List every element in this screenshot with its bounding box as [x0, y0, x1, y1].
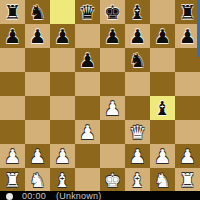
piece-white-pawn[interactable]: ♟	[104, 96, 121, 120]
square-g7[interactable]: ♟	[150, 24, 175, 48]
square-d4[interactable]	[75, 96, 100, 120]
piece-white-pawn[interactable]: ♟	[79, 120, 96, 144]
square-b6[interactable]	[25, 48, 50, 72]
square-g1[interactable]: ♞	[150, 168, 175, 192]
piece-white-pawn[interactable]: ♟	[29, 144, 46, 168]
piece-black-pawn[interactable]: ♟	[154, 24, 171, 48]
square-a2[interactable]: ♟	[0, 144, 25, 168]
square-c3[interactable]	[50, 120, 75, 144]
square-c4[interactable]	[50, 96, 75, 120]
square-f6[interactable]: ♞	[125, 48, 150, 72]
square-c5[interactable]	[50, 72, 75, 96]
square-e8[interactable]: ♚	[100, 0, 125, 24]
square-f5[interactable]	[125, 72, 150, 96]
piece-black-rook[interactable]: ♜	[4, 0, 21, 24]
square-g4[interactable]: ♝	[150, 96, 175, 120]
square-e3[interactable]	[100, 120, 125, 144]
square-f8[interactable]: ♝	[125, 0, 150, 24]
piece-white-pawn[interactable]: ♟	[129, 144, 146, 168]
square-h5[interactable]	[175, 72, 200, 96]
square-a7[interactable]: ♟	[0, 24, 25, 48]
square-f4[interactable]	[125, 96, 150, 120]
square-b2[interactable]: ♟	[25, 144, 50, 168]
square-d3[interactable]: ♟	[75, 120, 100, 144]
square-b1[interactable]: ♞	[25, 168, 50, 192]
piece-black-bishop[interactable]: ♝	[129, 0, 146, 24]
piece-white-king[interactable]: ♚	[104, 168, 121, 192]
square-f1[interactable]: ♝	[125, 168, 150, 192]
square-c7[interactable]: ♟	[50, 24, 75, 48]
piece-black-knight[interactable]: ♞	[129, 48, 146, 72]
piece-white-pawn[interactable]: ♟	[4, 144, 21, 168]
piece-black-knight[interactable]: ♞	[29, 0, 46, 24]
square-c6[interactable]	[50, 48, 75, 72]
piece-white-bishop[interactable]: ♝	[129, 168, 146, 192]
square-a6[interactable]	[0, 48, 25, 72]
piece-white-rook[interactable]: ♜	[179, 168, 196, 192]
square-e2[interactable]	[100, 144, 125, 168]
square-d8[interactable]: ♛	[75, 0, 100, 24]
square-b5[interactable]	[25, 72, 50, 96]
square-h4[interactable]	[175, 96, 200, 120]
piece-black-rook[interactable]: ♜	[179, 0, 196, 24]
chess-app: ♜♞♛♚♝♜♟♟♟♟♟♟♟♟♞♟♝♟♛♟♟♟♟♟♟♜♞♝♚♝♞♜ 00:00 (…	[0, 0, 200, 200]
player-name: (Unknown)	[56, 191, 101, 200]
chess-board: ♜♞♛♚♝♜♟♟♟♟♟♟♟♟♞♟♝♟♛♟♟♟♟♟♟♜♞♝♚♝♞♜	[0, 0, 200, 192]
piece-black-pawn[interactable]: ♟	[129, 24, 146, 48]
square-c1[interactable]: ♝	[50, 168, 75, 192]
scrollbar-thumb[interactable]	[197, 0, 200, 57]
square-e6[interactable]	[100, 48, 125, 72]
square-a5[interactable]	[0, 72, 25, 96]
piece-black-pawn[interactable]: ♟	[79, 48, 96, 72]
square-b7[interactable]: ♟	[25, 24, 50, 48]
square-c8[interactable]	[50, 0, 75, 24]
square-e4[interactable]: ♟	[100, 96, 125, 120]
piece-white-pawn[interactable]: ♟	[154, 144, 171, 168]
piece-white-pawn[interactable]: ♟	[179, 144, 196, 168]
square-h2[interactable]: ♟	[175, 144, 200, 168]
square-b8[interactable]: ♞	[25, 0, 50, 24]
piece-black-pawn[interactable]: ♟	[54, 24, 71, 48]
piece-black-queen[interactable]: ♛	[79, 0, 96, 24]
square-g2[interactable]: ♟	[150, 144, 175, 168]
square-g6[interactable]	[150, 48, 175, 72]
square-a4[interactable]	[0, 96, 25, 120]
square-h3[interactable]	[175, 120, 200, 144]
piece-black-pawn[interactable]: ♟	[179, 24, 196, 48]
piece-black-pawn[interactable]: ♟	[104, 24, 121, 48]
square-f7[interactable]: ♟	[125, 24, 150, 48]
piece-black-pawn[interactable]: ♟	[29, 24, 46, 48]
piece-white-pawn[interactable]: ♟	[54, 144, 71, 168]
piece-white-bishop[interactable]: ♝	[54, 168, 71, 192]
white-player-disc-icon	[6, 193, 13, 200]
piece-black-bishop[interactable]: ♝	[154, 96, 171, 120]
square-d5[interactable]	[75, 72, 100, 96]
clock-time: 00:00	[22, 191, 46, 200]
square-g5[interactable]	[150, 72, 175, 96]
piece-white-knight[interactable]: ♞	[154, 168, 171, 192]
piece-black-pawn[interactable]: ♟	[4, 24, 21, 48]
square-d1[interactable]	[75, 168, 100, 192]
square-d2[interactable]	[75, 144, 100, 168]
square-d6[interactable]: ♟	[75, 48, 100, 72]
piece-white-queen[interactable]: ♛	[129, 120, 146, 144]
square-f2[interactable]: ♟	[125, 144, 150, 168]
square-h1[interactable]: ♜	[175, 168, 200, 192]
square-a1[interactable]: ♜	[0, 168, 25, 192]
square-a8[interactable]: ♜	[0, 0, 25, 24]
square-e5[interactable]	[100, 72, 125, 96]
square-c2[interactable]: ♟	[50, 144, 75, 168]
square-a3[interactable]	[0, 120, 25, 144]
square-g3[interactable]	[150, 120, 175, 144]
piece-black-king[interactable]: ♚	[104, 0, 121, 24]
square-e7[interactable]: ♟	[100, 24, 125, 48]
square-g8[interactable]	[150, 0, 175, 24]
status-bar: 00:00 (Unknown)	[0, 191, 200, 200]
square-b4[interactable]	[25, 96, 50, 120]
square-f3[interactable]: ♛	[125, 120, 150, 144]
piece-white-rook[interactable]: ♜	[4, 168, 21, 192]
piece-white-knight[interactable]: ♞	[29, 168, 46, 192]
square-e1[interactable]: ♚	[100, 168, 125, 192]
square-d7[interactable]	[75, 24, 100, 48]
square-b3[interactable]	[25, 120, 50, 144]
